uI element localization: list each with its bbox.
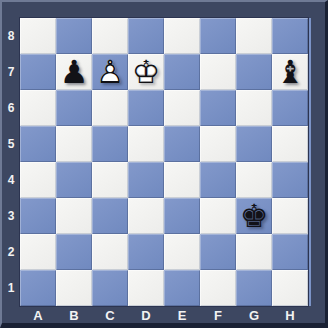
square-c6[interactable] (92, 90, 128, 126)
square-d4[interactable] (128, 162, 164, 198)
square-g7[interactable] (236, 54, 272, 90)
rank-label-3: 3 (2, 198, 20, 234)
file-label-f: F (200, 306, 236, 325)
square-b3[interactable] (56, 198, 92, 234)
square-h4[interactable] (272, 162, 308, 198)
square-a1[interactable] (20, 270, 56, 306)
square-d5[interactable] (128, 126, 164, 162)
square-a7[interactable] (20, 54, 56, 90)
square-h7[interactable]: ♝ (272, 54, 308, 90)
square-e6[interactable] (164, 90, 200, 126)
white-king[interactable]: ♚♔ (128, 54, 164, 90)
square-a8[interactable] (20, 18, 56, 54)
black-bishop[interactable]: ♝ (272, 54, 308, 90)
rank-label-5: 5 (2, 126, 20, 162)
rank-label-1: 1 (2, 270, 20, 306)
square-a5[interactable] (20, 126, 56, 162)
square-e2[interactable] (164, 234, 200, 270)
square-c2[interactable] (92, 234, 128, 270)
square-h2[interactable] (272, 234, 308, 270)
square-d7[interactable]: ♚♔ (128, 54, 164, 90)
square-d2[interactable] (128, 234, 164, 270)
file-label-b: B (56, 306, 92, 325)
square-g4[interactable] (236, 162, 272, 198)
black-pawn-glyph: ♟ (56, 54, 92, 90)
square-h6[interactable] (272, 90, 308, 126)
square-h5[interactable] (272, 126, 308, 162)
file-label-e: E (164, 306, 200, 325)
square-c5[interactable] (92, 126, 128, 162)
square-f8[interactable] (200, 18, 236, 54)
square-g5[interactable] (236, 126, 272, 162)
square-b1[interactable] (56, 270, 92, 306)
square-c1[interactable] (92, 270, 128, 306)
square-h3[interactable] (272, 198, 308, 234)
rank-label-2: 2 (2, 234, 20, 270)
square-b6[interactable] (56, 90, 92, 126)
square-f5[interactable] (200, 126, 236, 162)
square-g3[interactable]: ♚ (236, 198, 272, 234)
square-f7[interactable] (200, 54, 236, 90)
file-label-c: C (92, 306, 128, 325)
square-f1[interactable] (200, 270, 236, 306)
square-f4[interactable] (200, 162, 236, 198)
square-a2[interactable] (20, 234, 56, 270)
white-king-outline: ♔ (128, 54, 164, 90)
file-label-d: D (128, 306, 164, 325)
square-b4[interactable] (56, 162, 92, 198)
square-a6[interactable] (20, 90, 56, 126)
square-e4[interactable] (164, 162, 200, 198)
chess-board-frame: 87654321 ♟♟♙♚♔♝♚ ABCDEFGH (0, 0, 328, 328)
square-e5[interactable] (164, 126, 200, 162)
file-label-g: G (236, 306, 272, 325)
square-a3[interactable] (20, 198, 56, 234)
square-g8[interactable] (236, 18, 272, 54)
square-e1[interactable] (164, 270, 200, 306)
white-pawn[interactable]: ♟♙ (92, 54, 128, 90)
square-e3[interactable] (164, 198, 200, 234)
square-c4[interactable] (92, 162, 128, 198)
black-pawn[interactable]: ♟ (56, 54, 92, 90)
square-g2[interactable] (236, 234, 272, 270)
square-d6[interactable] (128, 90, 164, 126)
square-b2[interactable] (56, 234, 92, 270)
square-h1[interactable] (272, 270, 308, 306)
square-b7[interactable]: ♟ (56, 54, 92, 90)
square-d3[interactable] (128, 198, 164, 234)
rank-label-4: 4 (2, 162, 20, 198)
square-c8[interactable] (92, 18, 128, 54)
rank-label-7: 7 (2, 54, 20, 90)
rank-labels: 87654321 (2, 18, 20, 306)
square-e8[interactable] (164, 18, 200, 54)
square-a4[interactable] (20, 162, 56, 198)
chess-board: ♟♟♙♚♔♝♚ (20, 18, 308, 306)
black-king[interactable]: ♚ (236, 198, 272, 234)
square-h8[interactable] (272, 18, 308, 54)
black-king-glyph: ♚ (236, 198, 272, 234)
square-c7[interactable]: ♟♙ (92, 54, 128, 90)
black-bishop-glyph: ♝ (272, 54, 308, 90)
file-label-a: A (20, 306, 56, 325)
rank-label-8: 8 (2, 18, 20, 54)
file-labels: ABCDEFGH (20, 306, 308, 325)
square-g1[interactable] (236, 270, 272, 306)
square-c3[interactable] (92, 198, 128, 234)
rank-label-6: 6 (2, 90, 20, 126)
square-f3[interactable] (200, 198, 236, 234)
file-label-h: H (272, 306, 308, 325)
square-e7[interactable] (164, 54, 200, 90)
square-d8[interactable] (128, 18, 164, 54)
square-g6[interactable] (236, 90, 272, 126)
square-f6[interactable] (200, 90, 236, 126)
square-d1[interactable] (128, 270, 164, 306)
square-b8[interactable] (56, 18, 92, 54)
square-b5[interactable] (56, 126, 92, 162)
white-pawn-outline: ♙ (92, 54, 128, 90)
square-f2[interactable] (200, 234, 236, 270)
